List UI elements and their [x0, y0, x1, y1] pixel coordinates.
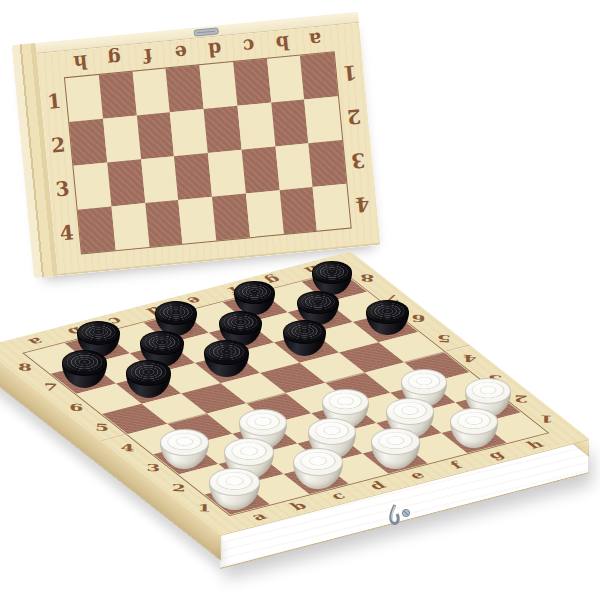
rank-label-3-right: 3: [342, 137, 374, 183]
square-d3-top-board: [208, 150, 246, 197]
checker-white-c1: [293, 448, 343, 489]
file-label-b-top-board: b: [264, 29, 300, 59]
checker-top: [293, 448, 343, 476]
rank-label-8-left: 8: [18, 361, 32, 373]
file-label-c-top-board: c: [230, 32, 266, 62]
checker-top: [126, 360, 171, 385]
square-f3-top-board: [141, 156, 179, 203]
file-label-a-near: a: [247, 510, 271, 523]
rank-label-2-right: 2: [338, 93, 370, 139]
checker-black-f6: [283, 320, 326, 356]
square-e4-top-board: [178, 197, 216, 244]
file-label-g-top-board: g: [96, 45, 132, 75]
rank-label-3-left: 3: [146, 462, 160, 474]
checker-top: [450, 408, 498, 435]
checker-top: [204, 340, 248, 365]
chess-grid-half: [65, 52, 351, 253]
file-label-b-near: b: [286, 499, 311, 512]
checker-top: [366, 300, 408, 324]
checker-black-h8: [312, 261, 352, 295]
rank-label-1-right: 1: [334, 50, 366, 96]
checker-top: [239, 409, 287, 436]
file-label-h-near: h: [522, 438, 547, 451]
rank-label-5-left: 5: [95, 421, 109, 433]
half-chessboard-face: hgfedcba 1234 1234: [37, 23, 381, 276]
square-e1-top-board: [166, 65, 204, 112]
file-label-d-near: d: [365, 479, 390, 492]
checker-top: [401, 369, 447, 395]
square-f4-top-board: [145, 200, 183, 247]
rank-label-6-right: 6: [411, 313, 425, 325]
file-label-a-far: a: [25, 335, 49, 348]
square-b4-top-board: [279, 187, 317, 234]
checker-black-b6: [126, 360, 171, 398]
square-c2-top-board: [237, 103, 275, 150]
square-a4-top-board: [313, 184, 351, 231]
checker-black-a7: [62, 350, 107, 387]
square-d4-top-board: [212, 193, 250, 240]
square-f1-top-board: [132, 69, 170, 116]
file-label-c-near: c: [326, 489, 349, 502]
file-label-g-near: g: [483, 448, 508, 461]
rank-label-1-right: 1: [540, 413, 554, 425]
square-h3-top-board: [73, 163, 111, 210]
rank-label-4-left: 4: [121, 442, 135, 454]
checker-top: [224, 438, 273, 466]
checker-top: [62, 350, 107, 375]
square-g4-top-board: [111, 203, 149, 250]
square-g2-top-board: [103, 116, 141, 163]
square-b2-top-board: [271, 99, 309, 146]
square-e2-top-board: [170, 109, 208, 156]
rank-label-4-right: 4: [463, 353, 477, 365]
square-d2-top-board: [204, 106, 242, 153]
square-g3-top-board: [107, 159, 145, 206]
square-e3-top-board: [174, 153, 212, 200]
checker-white-g1: [450, 408, 498, 448]
square-a3-top-board: [309, 140, 347, 187]
square-b1-top-board: [267, 56, 305, 103]
file-label-f-near: f: [446, 459, 466, 471]
file-label-e-top-board: e: [163, 38, 199, 68]
checker-top: [322, 389, 369, 415]
square-a2-top-board: [304, 96, 342, 143]
checker-white-e1: [371, 428, 420, 469]
square-c4-top-board: [246, 190, 284, 237]
checker-top: [312, 261, 352, 284]
metal-hook-clasp-icon: [381, 502, 417, 532]
rank-label-8-right: 8: [360, 272, 374, 284]
square-h2-top-board: [69, 119, 107, 166]
checker-top: [219, 311, 262, 335]
rank-label-5-right: 5: [437, 333, 451, 345]
checker-top: [386, 398, 433, 425]
checker-top: [297, 291, 339, 314]
file-label-f-top-board: f: [130, 42, 166, 72]
checker-white-a3: [160, 429, 209, 470]
square-g1-top-board: [99, 72, 137, 119]
square-c3-top-board: [241, 146, 279, 193]
checker-top: [160, 429, 209, 456]
square-b3-top-board: [275, 143, 313, 190]
closed-board-box: hgfedcba 1234 1234: [12, 12, 381, 278]
checker-black-d6: [204, 340, 248, 377]
square-h4-top-board: [78, 206, 116, 253]
square-f2-top-board: [136, 112, 174, 159]
checker-black-h6: [366, 300, 408, 335]
rank-label-2-right: 2: [514, 393, 528, 405]
rank-label-4-right: 4: [346, 181, 378, 227]
rank-label-6-left: 6: [69, 401, 83, 413]
square-h1-top-board: [65, 75, 103, 122]
rank-label-2-left: 2: [172, 482, 186, 494]
checker-top: [155, 301, 197, 325]
checker-top: [234, 281, 275, 304]
square-c1-top-board: [233, 59, 271, 106]
square-d1-top-board: [199, 62, 237, 109]
file-label-a-top-board: a: [298, 25, 334, 55]
checker-top: [77, 321, 120, 345]
file-label-d-top-board: d: [197, 35, 233, 65]
file-label-e-near: e: [405, 469, 429, 482]
rank-label-7-left: 7: [44, 381, 58, 393]
product-photo-stage: hgfedcba 1234 1234 abcdefghabcdefgh12345…: [0, 0, 600, 600]
square-a1-top-board: [300, 52, 338, 99]
file-label-h-top-board: h: [62, 48, 98, 78]
checker-top: [140, 331, 184, 356]
checker-white-a1: [209, 468, 260, 510]
